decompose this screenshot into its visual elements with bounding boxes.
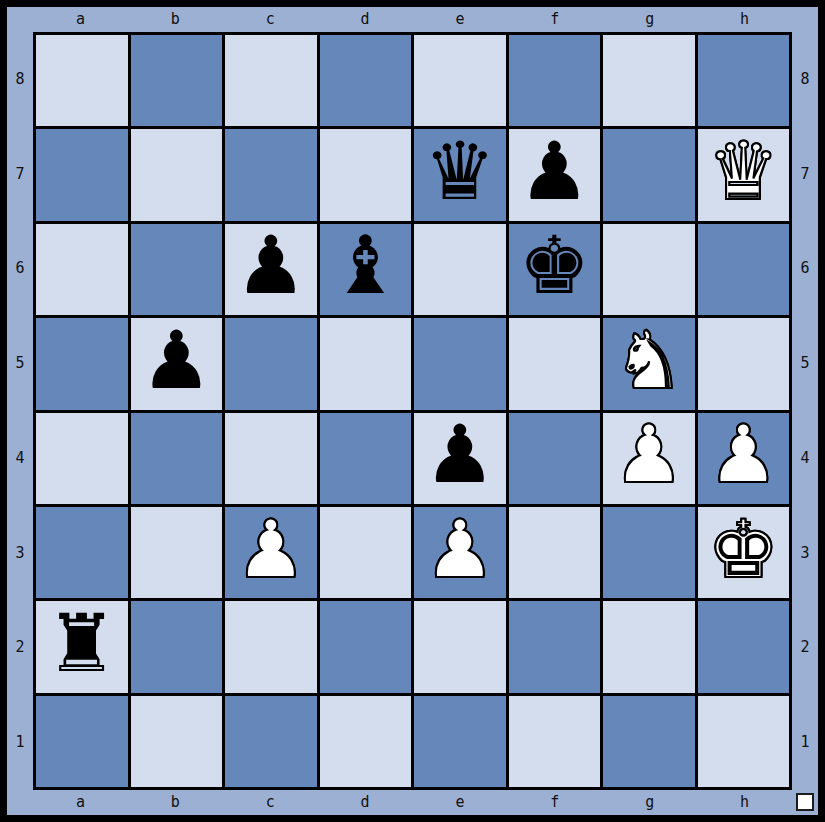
black-pawn[interactable]: ♟ [140,321,212,401]
square-b6[interactable] [131,224,223,315]
rank-label-8: 8 [792,32,818,127]
rank-label-4: 4 [792,411,818,506]
chess-diagram: abcdefgh 87654321 ♛♟♛♟♝♚♟♞♟♟♟♟♟♚♜ 876543… [0,0,825,822]
square-h2[interactable] [698,601,790,692]
file-labels-top: abcdefgh [33,7,792,32]
square-b3[interactable] [131,507,223,598]
square-e1[interactable] [414,696,506,787]
black-king[interactable]: ♚ [518,226,590,306]
rank-label-5: 5 [7,316,33,411]
black-pawn[interactable]: ♟ [235,226,307,306]
rank-label-6: 6 [7,222,33,317]
square-c2[interactable] [225,601,317,692]
white-king[interactable]: ♚ [707,510,779,590]
white-queen[interactable]: ♛ [707,132,779,212]
square-a6[interactable] [36,224,128,315]
square-f3[interactable] [509,507,601,598]
rank-labels-right: 87654321 [792,32,818,790]
white-to-move-indicator [796,793,814,811]
square-a3[interactable] [36,507,128,598]
square-e7[interactable]: ♛ [414,129,506,220]
square-f7[interactable]: ♟ [509,129,601,220]
rank-label-1: 1 [792,695,818,790]
square-e5[interactable] [414,318,506,409]
white-pawn[interactable]: ♟ [707,415,779,495]
rank-label-4: 4 [7,411,33,506]
square-a7[interactable] [36,129,128,220]
square-a5[interactable] [36,318,128,409]
square-g6[interactable] [603,224,695,315]
file-label-g: g [602,7,697,32]
square-f8[interactable] [509,35,601,126]
square-a8[interactable] [36,35,128,126]
white-knight[interactable]: ♞ [613,321,685,401]
square-g2[interactable] [603,601,695,692]
file-label-c: c [223,7,318,32]
file-label-d: d [318,790,413,815]
square-d1[interactable] [320,696,412,787]
rank-label-6: 6 [792,222,818,317]
square-f4[interactable] [509,413,601,504]
square-d6[interactable]: ♝ [320,224,412,315]
file-label-e: e [413,790,508,815]
square-f1[interactable] [509,696,601,787]
rank-label-7: 7 [7,127,33,222]
square-c3[interactable]: ♟ [225,507,317,598]
square-f2[interactable] [509,601,601,692]
rank-label-7: 7 [792,127,818,222]
rank-label-5: 5 [792,316,818,411]
white-pawn[interactable]: ♟ [235,510,307,590]
file-label-f: f [507,790,602,815]
square-e8[interactable] [414,35,506,126]
file-labels-bottom: abcdefgh [33,790,792,815]
square-a4[interactable] [36,413,128,504]
square-c7[interactable] [225,129,317,220]
file-label-e: e [413,7,508,32]
white-pawn[interactable]: ♟ [424,510,496,590]
square-e2[interactable] [414,601,506,692]
file-label-c: c [223,790,318,815]
rank-label-2: 2 [7,601,33,696]
black-pawn[interactable]: ♟ [518,132,590,212]
square-g3[interactable] [603,507,695,598]
square-c8[interactable] [225,35,317,126]
square-d4[interactable] [320,413,412,504]
square-h1[interactable] [698,696,790,787]
square-c5[interactable] [225,318,317,409]
square-e4[interactable]: ♟ [414,413,506,504]
square-h7[interactable]: ♛ [698,129,790,220]
square-a1[interactable] [36,696,128,787]
file-label-h: h [697,790,792,815]
file-label-b: b [128,7,223,32]
square-b2[interactable] [131,601,223,692]
square-c1[interactable] [225,696,317,787]
square-b8[interactable] [131,35,223,126]
square-c6[interactable]: ♟ [225,224,317,315]
square-e3[interactable]: ♟ [414,507,506,598]
square-d2[interactable] [320,601,412,692]
file-label-f: f [507,7,602,32]
square-b4[interactable] [131,413,223,504]
square-e6[interactable] [414,224,506,315]
square-f6[interactable]: ♚ [509,224,601,315]
square-g5[interactable]: ♞ [603,318,695,409]
black-pawn[interactable]: ♟ [424,415,496,495]
rank-label-8: 8 [7,32,33,127]
square-c4[interactable] [225,413,317,504]
square-d3[interactable] [320,507,412,598]
square-h8[interactable] [698,35,790,126]
square-h3[interactable]: ♚ [698,507,790,598]
rank-label-2: 2 [792,601,818,696]
square-b7[interactable] [131,129,223,220]
file-label-a: a [33,7,128,32]
square-g4[interactable]: ♟ [603,413,695,504]
square-d8[interactable] [320,35,412,126]
file-label-a: a [33,790,128,815]
white-pawn[interactable]: ♟ [613,415,685,495]
file-label-d: d [318,7,413,32]
square-h4[interactable]: ♟ [698,413,790,504]
square-g1[interactable] [603,696,695,787]
square-a2[interactable]: ♜ [36,601,128,692]
black-rook[interactable]: ♜ [46,604,118,684]
file-label-b: b [128,790,223,815]
rank-label-1: 1 [7,695,33,790]
rank-labels-left: 87654321 [7,32,33,790]
file-label-g: g [602,790,697,815]
square-f5[interactable] [509,318,601,409]
square-b5[interactable]: ♟ [131,318,223,409]
square-d5[interactable] [320,318,412,409]
square-b1[interactable] [131,696,223,787]
rank-label-3: 3 [7,506,33,601]
square-g8[interactable] [603,35,695,126]
rank-label-3: 3 [792,506,818,601]
square-h5[interactable] [698,318,790,409]
square-g7[interactable] [603,129,695,220]
square-d7[interactable] [320,129,412,220]
chess-board: ♛♟♛♟♝♚♟♞♟♟♟♟♟♚♜ [33,32,792,790]
file-label-h: h [697,7,792,32]
black-bishop[interactable]: ♝ [329,226,401,306]
square-h6[interactable] [698,224,790,315]
black-queen[interactable]: ♛ [424,132,496,212]
